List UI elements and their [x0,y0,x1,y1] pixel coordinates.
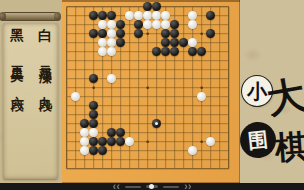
logo-glyph-qi: 棋 [274,129,304,165]
star-point [200,32,203,35]
black-player-rank: 六段 [9,85,25,91]
white-player-column: 白 元晟溱 九段 [32,27,58,91]
star-point [200,140,203,143]
black-label: 黑 [10,27,24,43]
playback-control-bar[interactable]: ❮❮ ❯❯ [0,183,304,190]
logo-ink-circle-icon: 围 [238,120,278,160]
mode-text [163,186,179,188]
go-board[interactable] [62,0,240,183]
white-player-rank: 九段 [37,85,53,91]
prev-move-icon[interactable]: ❮❮ [112,183,120,190]
logo-glyph-wei: 围 [247,126,270,155]
right-margin: 小 大 围 棋 [240,0,304,183]
black-player-column: 黑 王星昊 六段 [4,27,30,91]
scroll-roller [0,12,60,21]
toggle-knob-icon[interactable] [149,184,154,189]
star-point [92,86,95,89]
star-point [146,86,149,89]
black-player-name: 王星昊 [9,55,25,61]
last-move-marker [155,122,158,125]
star-point [200,86,203,89]
autoplay-toggle[interactable] [146,185,158,188]
white-label: 白 [38,27,52,43]
board-grid [62,0,240,183]
move-counter-text [125,186,141,188]
channel-logo: 小 大 围 棋 [240,76,304,176]
white-player-name: 元晟溱 [37,55,53,61]
video-frame: 黑 王星昊 六段 白 元晟溱 九段 小 大 围 棋 ❮❮ [0,0,304,190]
star-point [146,140,149,143]
player-info-panel: 黑 王星昊 六段 白 元晟溱 九段 [0,0,62,183]
next-move-icon[interactable]: ❯❯ [184,183,192,190]
star-point [146,32,149,35]
logo-glyph-da: 大 [264,75,304,119]
